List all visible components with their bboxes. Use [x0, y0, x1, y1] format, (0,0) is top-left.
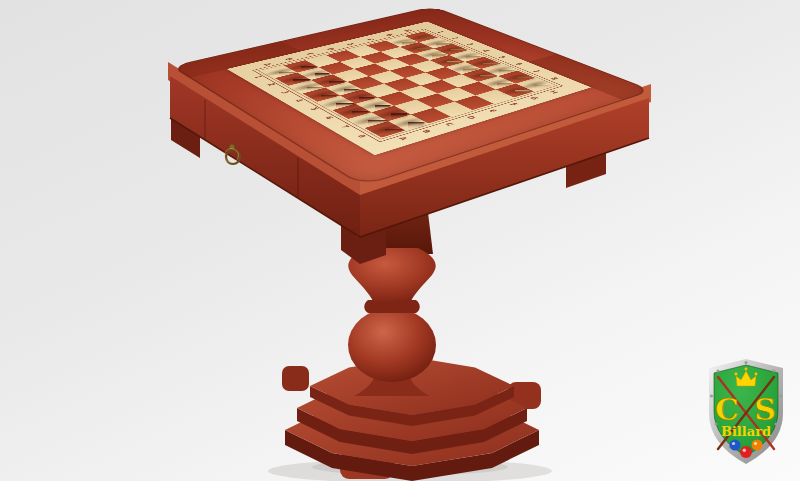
logo-letter-c: C	[715, 392, 739, 427]
logo-word-billard: Billard	[721, 424, 771, 439]
cs-billard-logo: C S Billard	[704, 356, 788, 468]
photo-stage: ♜♞♝♛♚♝♞♜♟♟♟♟♟♟♟♟♟♟♟♟♟♟♟♟♜♞♝♛♚♝♞♜ 1122334…	[0, 0, 800, 481]
logo-letter-s: S	[754, 392, 776, 427]
